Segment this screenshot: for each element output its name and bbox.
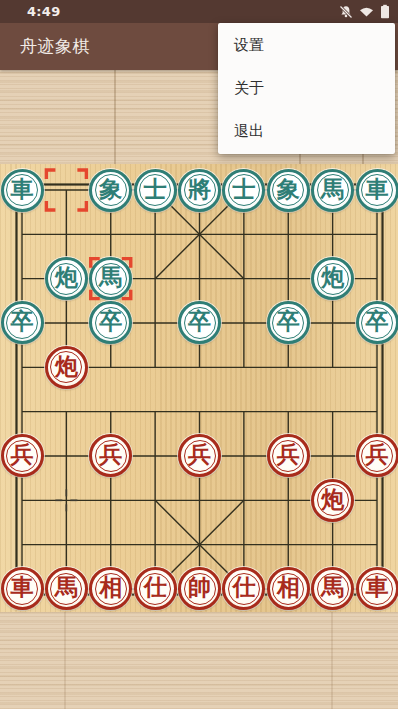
piece-glyph: 炮 [55,266,78,289]
piece-glyph: 象 [99,178,122,201]
piece-red-soldier[interactable]: 兵 [356,434,398,477]
piece-glyph: 卒 [188,310,211,333]
piece-glyph: 兵 [277,443,300,466]
piece-glyph: 馬 [321,576,344,599]
piece-black-chariot[interactable]: 車 [356,169,398,212]
piece-black-soldier[interactable]: 卒 [1,301,44,344]
piece-glyph: 士 [232,178,255,201]
plank-seam [64,612,66,709]
menu-item-about[interactable]: 关于 [218,67,395,110]
piece-glyph: 車 [11,576,34,599]
battery-icon [380,4,390,19]
piece-glyph: 相 [99,576,122,599]
piece-glyph: 馬 [55,576,78,599]
piece-glyph: 炮 [55,355,78,378]
status-icons [339,0,390,23]
piece-black-soldier[interactable]: 卒 [267,301,310,344]
piece-glyph: 卒 [277,310,300,333]
clock-text: 4:49 [27,4,61,19]
piece-glyph: 卒 [366,310,389,333]
piece-glyph: 車 [366,178,389,201]
piece-glyph: 兵 [99,443,122,466]
piece-glyph: 將 [188,178,211,201]
piece-glyph: 象 [277,178,300,201]
piece-glyph: 卒 [99,310,122,333]
piece-red-chariot[interactable]: 車 [356,567,398,610]
piece-glyph: 馬 [99,266,122,289]
piece-glyph: 馬 [321,178,344,201]
menu-item-settings[interactable]: 设置 [218,24,395,67]
menu-item-exit[interactable]: 退出 [218,110,395,153]
piece-black-cannon[interactable]: 炮 [45,257,88,300]
piece-black-elephant[interactable]: 象 [89,169,132,212]
piece-glyph: 帥 [188,576,211,599]
plank-seam [114,70,116,164]
piece-red-chariot[interactable]: 車 [1,567,44,610]
piece-glyph: 炮 [321,266,344,289]
piece-black-chariot[interactable]: 車 [1,169,44,212]
piece-red-advisor[interactable]: 仕 [134,567,177,610]
piece-black-general[interactable]: 將 [178,169,221,212]
piece-glyph: 仕 [144,576,167,599]
piece-glyph: 兵 [11,443,34,466]
piece-black-advisor[interactable]: 士 [134,169,177,212]
plank-seam [331,612,333,709]
piece-red-soldier[interactable]: 兵 [1,434,44,477]
piece-glyph: 相 [277,576,300,599]
wifi-icon [359,5,374,18]
piece-red-cannon[interactable]: 炮 [311,479,354,522]
piece-black-advisor[interactable]: 士 [222,169,265,212]
xiangqi-board[interactable]: 車象士將士象馬車炮馬炮卒卒卒卒卒炮兵兵兵兵兵炮車馬相仕帥仕相馬車 [0,164,398,612]
notifications-off-icon [339,5,353,19]
piece-black-soldier[interactable]: 卒 [356,301,398,344]
piece-black-elephant[interactable]: 象 [267,169,310,212]
app-title: 舟迹象棋 [20,35,90,58]
piece-glyph: 士 [144,178,167,201]
piece-glyph: 炮 [321,488,344,511]
status-bar: 4:49 [0,0,398,23]
piece-glyph: 卒 [11,310,34,333]
options-menu: 设置 关于 退出 [218,23,395,154]
piece-red-cannon[interactable]: 炮 [45,346,88,389]
piece-red-soldier[interactable]: 兵 [267,434,310,477]
piece-glyph: 車 [11,178,34,201]
piece-glyph: 仕 [232,576,255,599]
piece-black-horse[interactable]: 馬 [311,169,354,212]
piece-black-cannon[interactable]: 炮 [311,257,354,300]
piece-glyph: 車 [366,576,389,599]
piece-glyph: 兵 [366,443,389,466]
piece-red-elephant[interactable]: 相 [267,567,310,610]
piece-glyph: 兵 [188,443,211,466]
